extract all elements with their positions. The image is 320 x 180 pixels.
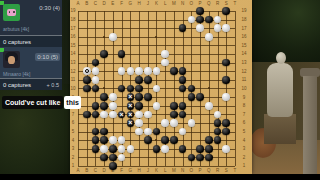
black-stone [92,136,100,144]
white-stone [214,111,222,119]
col-label: S [222,1,230,6]
col-label: T [231,1,239,6]
white-stone [153,102,161,110]
white-stone [144,128,152,136]
black-stone [83,76,91,84]
white-stone [153,67,161,75]
black-stone [196,93,204,101]
row-label: 14 [240,51,248,56]
col-label: L [161,168,169,173]
black-stone-x-marked: × [127,93,135,101]
row-label: 1 [240,163,248,168]
col-label: F [118,168,126,173]
col-label: P [196,168,204,173]
white-stone [214,16,222,24]
black-stone [214,136,222,144]
black-stone [100,50,108,58]
white-stone [153,85,161,93]
black-stone [83,111,91,119]
black-captures: 0 captures [0,35,62,47]
black-stone [100,93,108,101]
black-stone [205,154,213,162]
row-label: 16 [240,34,248,39]
white-stone [109,111,117,119]
col-label: G [126,168,134,173]
col-label: K [152,1,160,6]
speech-caption: Could've cut like this [2,96,81,109]
col-label: Q [205,1,213,6]
black-stone [205,16,213,24]
white-stone [118,136,126,144]
black-stone [188,154,196,162]
caption-highlighted-word: this [64,96,80,109]
row-label: 10 [69,86,77,91]
black-clock: 0:30 (4) [39,5,60,11]
black-stone [118,50,126,58]
white-stone [127,145,135,153]
col-label: P [196,1,204,6]
white-player-name[interactable]: Minaaro [4k] [3,71,31,77]
row-label: 6 [240,120,248,125]
black-stone [179,67,187,75]
row-label: 2 [240,155,248,160]
white-stone [92,67,100,75]
col-label: N [179,1,187,6]
black-stone [100,154,108,162]
col-label: A [74,168,82,173]
black-stone-x-marked: × [127,119,135,127]
white-captures: 0 captures + 0.5 [0,78,62,90]
white-stone [109,33,117,41]
col-label: B [83,1,91,6]
black-stone [170,136,178,144]
white-stone [92,76,100,84]
row-label: 16 [69,34,77,39]
black-stone [179,76,187,84]
col-label: D [100,168,108,173]
row-label: 15 [69,43,77,48]
black-stone [92,85,100,93]
letterbox-bar [0,174,320,180]
black-stone [92,59,100,67]
row-label: 9 [240,95,248,100]
row-label: 12 [240,69,248,74]
white-stone [179,128,187,136]
white-stone [161,119,169,127]
col-label: M [170,168,178,173]
black-stone [135,76,143,84]
white-stone [222,145,230,153]
robot-icon [7,9,16,16]
white-stone [205,102,213,110]
black-stone [170,67,178,75]
black-stone [196,7,204,15]
row-label: 18 [240,17,248,22]
row-label: 10 [240,86,248,91]
row-label: 3 [69,146,77,151]
row-label: 7 [240,112,248,117]
row-label: 2 [69,155,77,160]
col-label: G [126,1,134,6]
black-stone [109,154,117,162]
col-label: J [144,1,152,6]
row-label: 1 [69,163,77,168]
col-label: T [231,168,239,173]
col-label: M [170,1,178,6]
black-stone [222,128,230,136]
black-stone [214,128,222,136]
statue-pedestal [264,114,296,144]
white-stone [135,128,143,136]
row-label: 13 [240,60,248,65]
row-label: 18 [69,17,77,22]
black-stone [179,111,187,119]
black-stone [170,111,178,119]
black-stone [118,85,126,93]
white-stone [118,67,126,75]
white-stone [161,50,169,58]
black-stone [109,162,117,170]
white-stone [100,145,108,153]
col-label: R [214,168,222,173]
black-stone [179,85,187,93]
white-stone [100,111,108,119]
black-stone [135,85,143,93]
black-stone [196,16,204,24]
col-label: C [91,168,99,173]
black-stone [100,136,108,144]
black-stone [92,128,100,136]
player-card-black[interactable]: 0:30 (4) arbutus [4k] 0 captures [0,0,62,47]
col-label: K [152,168,160,173]
black-stone [222,119,230,127]
row-label: 6 [69,120,77,125]
white-stone [144,67,152,75]
black-stone [92,102,100,110]
col-label: Q [205,168,213,173]
white-stone [109,102,117,110]
black-stone [179,24,187,32]
black-stone [188,93,196,101]
black-stone [179,102,187,110]
white-stone [118,154,126,162]
black-stone [196,145,204,153]
col-label: N [179,168,187,173]
white-stone [188,119,196,127]
row-label: 8 [240,103,248,108]
black-stone [222,76,230,84]
white-stone [222,24,230,32]
statue-head [276,52,286,64]
black-stone [127,85,135,93]
row-label: 19 [69,8,77,13]
black-stone [214,119,222,127]
col-label: H [135,1,143,6]
white-stone [144,111,152,119]
white-stone [109,136,117,144]
black-stone [109,145,117,153]
black-stone [135,93,143,101]
black-stone [100,102,108,110]
black-stone [205,136,213,144]
black-player-avatar[interactable] [3,4,20,21]
black-stone-x-marked: × [127,102,135,110]
black-stone [161,136,169,144]
white-stone [135,111,143,119]
row-label: 12 [69,69,77,74]
black-stone [92,111,100,119]
black-stone [170,102,178,110]
col-label: A [74,1,82,6]
black-stone [153,145,161,153]
row-label: 19 [240,8,248,13]
white-stone [135,119,143,127]
black-stone [144,93,152,101]
black-stone [179,145,187,153]
row-label: 15 [240,43,248,48]
row-label: 17 [69,26,77,31]
black-stone [222,59,230,67]
player-card-white[interactable]: 0:10 (5) Minaaro [4k] 0 captures + 0.5 [0,47,62,90]
white-stone [161,59,169,67]
col-label: D [100,1,108,6]
row-label: 11 [69,77,77,82]
col-label: F [118,1,126,6]
black-stone [205,145,213,153]
white-clock: 0:10 (5) [35,53,60,61]
white-stone [214,24,222,32]
white-stone [127,67,135,75]
white-stone [109,93,117,101]
row-label: 13 [69,60,77,65]
col-label: L [161,1,169,6]
black-player-name[interactable]: arbutus [4k] [3,26,29,32]
row-label: 7 [69,112,77,117]
row-label: 5 [240,129,248,134]
go-board[interactable]: AA1919BB1818CC1717DD1616EE1515FF1414GG13… [70,0,252,174]
row-label: 14 [69,51,77,56]
white-stone [222,93,230,101]
black-stone [153,128,161,136]
col-label: H [135,168,143,173]
col-label: E [109,1,117,6]
komi-value: + 0.5 [47,79,59,90]
row-label: 5 [69,129,77,134]
col-label: R [214,1,222,6]
col-label: O [187,168,195,173]
stone-lantern [303,76,317,174]
col-label: O [187,1,195,6]
black-stone-x-marked: × [127,111,135,119]
white-stone [135,67,143,75]
black-stone [83,85,91,93]
stone-statue [267,63,293,117]
col-label: J [144,168,152,173]
col-label: S [222,168,230,173]
col-label: B [83,168,91,173]
white-stone [188,16,196,24]
row-label: 4 [240,138,248,143]
stream-frame: AA1919BB1818CC1717DD1616EE1515FF1414GG13… [0,0,320,180]
black-stone-x-marked: × [118,111,126,119]
white-stone [118,145,126,153]
caption-text: Could've cut like [2,96,63,109]
black-stone [135,102,143,110]
black-stone [222,7,230,15]
row-label: 4 [69,138,77,143]
black-stone [196,154,204,162]
black-stone [144,136,152,144]
black-stone [92,145,100,153]
col-label: C [91,1,99,6]
white-stone [170,119,178,127]
row-label: 3 [240,146,248,151]
white-stone-circle-marked [83,67,91,75]
black-stone [144,76,152,84]
white-stone [161,145,169,153]
white-player-avatar[interactable] [3,51,20,68]
black-stone [100,128,108,136]
row-label: 11 [240,77,248,82]
black-stone [188,85,196,93]
white-stone [196,24,204,32]
white-stone [205,33,213,41]
row-label: 17 [240,26,248,31]
